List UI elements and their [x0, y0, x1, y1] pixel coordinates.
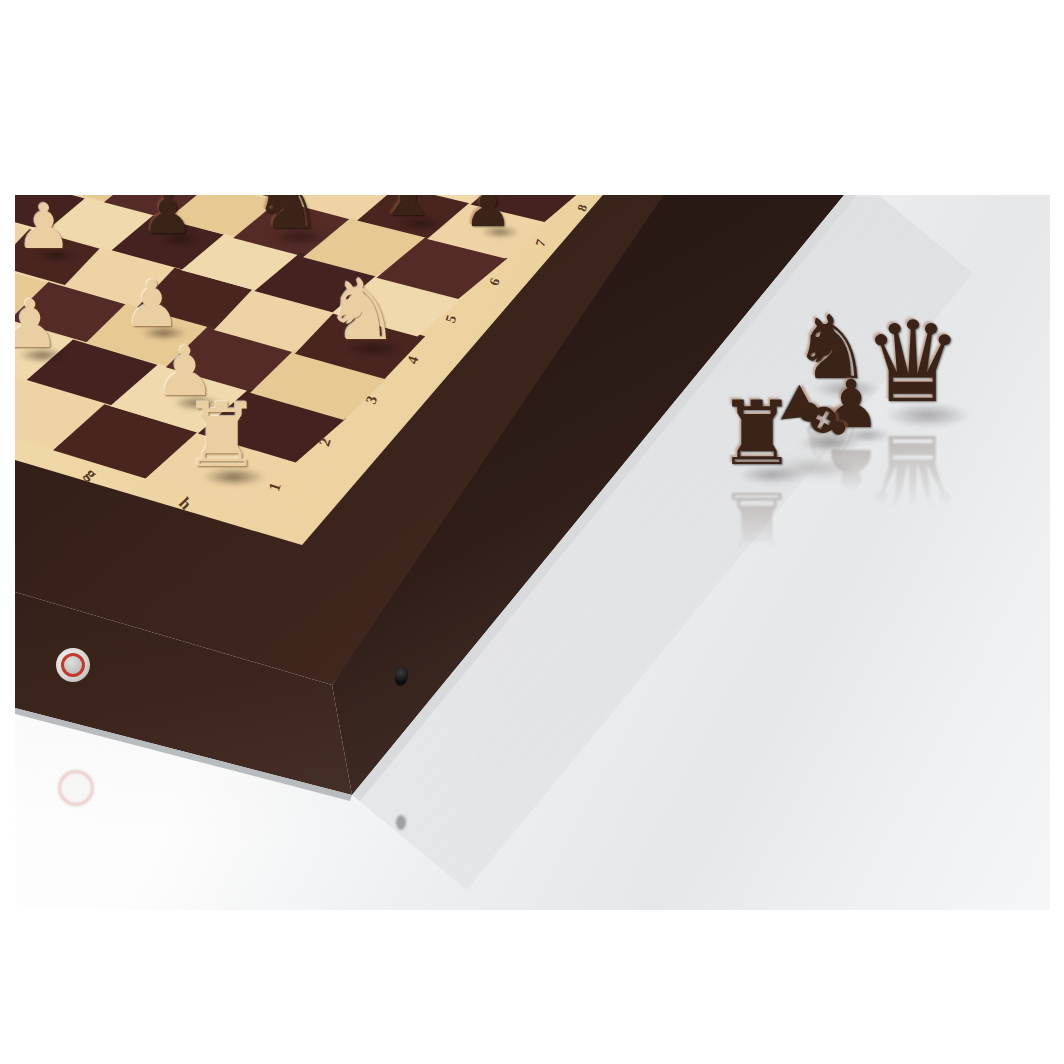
product-photo: fgh12345678♟♟♟♟♞♜♟♞♝♟♜♜♝♞♞♟♟♛♛: [15, 195, 1050, 910]
page: fgh12345678♟♟♟♟♞♜♟♞♝♟♜♜♝♞♞♟♟♛♛: [0, 0, 1064, 1064]
captured-black-pawn-reflection: ♟: [821, 439, 880, 505]
shadow-captured-pawn: [841, 428, 891, 443]
power-button-red-ring: [61, 653, 85, 677]
power-button-reflection: [58, 770, 94, 806]
shadow-captured-queen: [886, 403, 970, 428]
connector-port-reflection: [396, 815, 406, 830]
captured-black-queen-reflection: ♛: [863, 419, 963, 531]
